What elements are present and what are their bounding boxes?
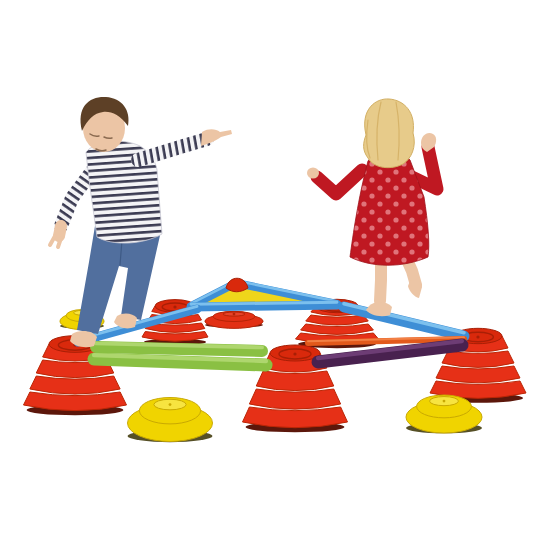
green-plank-rear [96, 343, 262, 351]
blue-plank-triangle-bottom-edge [191, 302, 337, 307]
boy-left-hand [59, 226, 61, 236]
white-background [0, 0, 550, 550]
girl-hair [364, 99, 415, 168]
scene-canvas [0, 0, 550, 550]
girl-left-hand [307, 168, 319, 179]
balance-course-photo [0, 0, 550, 550]
